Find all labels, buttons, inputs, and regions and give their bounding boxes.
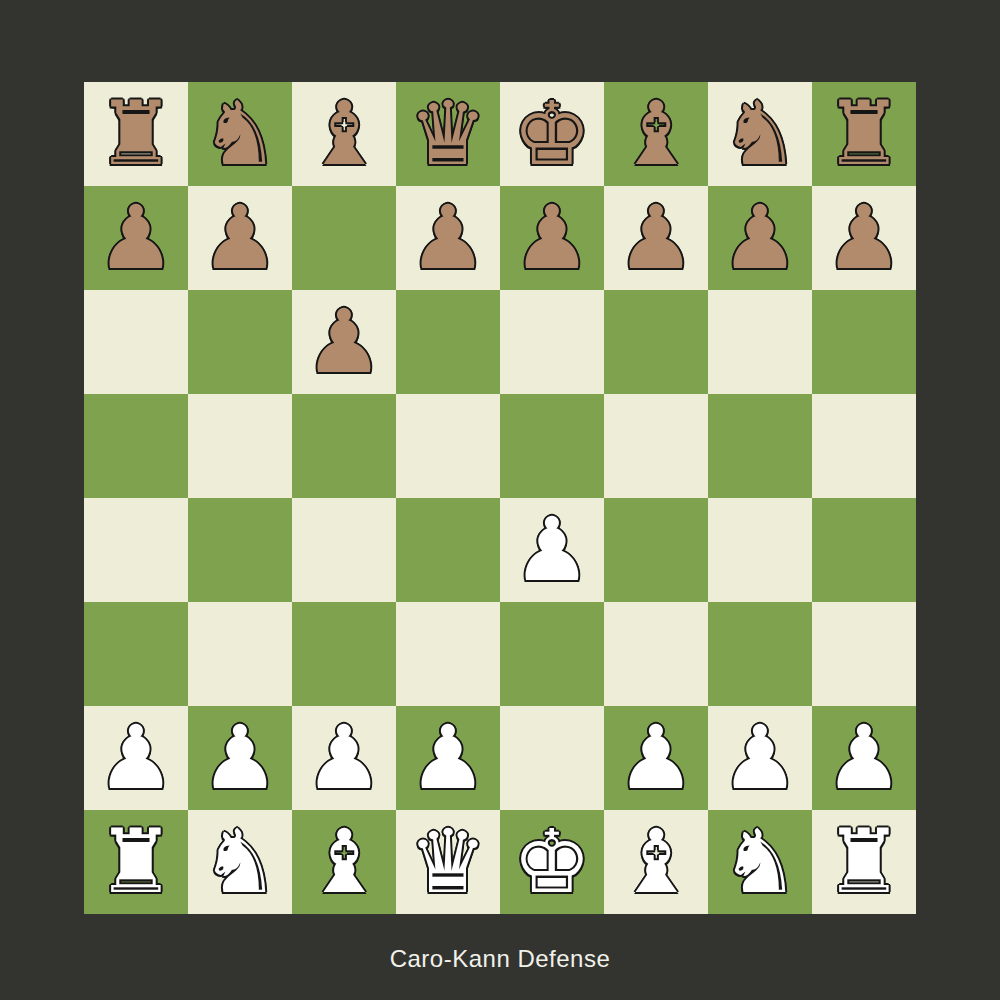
square-a2[interactable]: ♟ [84,706,188,810]
square-c7[interactable] [292,186,396,290]
square-g2[interactable]: ♟ [708,706,812,810]
square-g6[interactable] [708,290,812,394]
square-b5[interactable] [188,394,292,498]
chess-board: ♜♞♝♛♚♝♞♜♟♟♟♟♟♟♟♟♟♟♟♟♟♟♟♟♜♞♝♛♚♝♞♜ [84,82,916,914]
square-d8[interactable]: ♛ [396,82,500,186]
square-c3[interactable] [292,602,396,706]
square-f4[interactable] [604,498,708,602]
black-knight-b8[interactable]: ♞ [201,82,280,186]
square-f1[interactable]: ♝ [604,810,708,914]
square-a5[interactable] [84,394,188,498]
square-h8[interactable]: ♜ [812,82,916,186]
black-queen-d8[interactable]: ♛ [409,82,488,186]
square-d7[interactable]: ♟ [396,186,500,290]
square-d5[interactable] [396,394,500,498]
white-pawn-g2[interactable]: ♟ [721,706,800,810]
square-a3[interactable] [84,602,188,706]
square-d1[interactable]: ♛ [396,810,500,914]
square-g5[interactable] [708,394,812,498]
square-h2[interactable]: ♟ [812,706,916,810]
square-h6[interactable] [812,290,916,394]
square-g3[interactable] [708,602,812,706]
square-f5[interactable] [604,394,708,498]
white-rook-h1[interactable]: ♜ [825,810,904,914]
black-pawn-e7[interactable]: ♟ [513,186,592,290]
square-a6[interactable] [84,290,188,394]
square-c6[interactable]: ♟ [292,290,396,394]
square-f2[interactable]: ♟ [604,706,708,810]
square-d2[interactable]: ♟ [396,706,500,810]
square-h4[interactable] [812,498,916,602]
white-pawn-h2[interactable]: ♟ [825,706,904,810]
square-b4[interactable] [188,498,292,602]
white-rook-a1[interactable]: ♜ [97,810,176,914]
square-g8[interactable]: ♞ [708,82,812,186]
square-g7[interactable]: ♟ [708,186,812,290]
black-knight-g8[interactable]: ♞ [721,82,800,186]
square-e8[interactable]: ♚ [500,82,604,186]
square-e2[interactable] [500,706,604,810]
black-rook-a8[interactable]: ♜ [97,82,176,186]
black-pawn-f7[interactable]: ♟ [617,186,696,290]
white-pawn-a2[interactable]: ♟ [97,706,176,810]
square-e4[interactable]: ♟ [500,498,604,602]
square-c8[interactable]: ♝ [292,82,396,186]
square-b8[interactable]: ♞ [188,82,292,186]
black-bishop-f8[interactable]: ♝ [617,82,696,186]
square-e3[interactable] [500,602,604,706]
black-pawn-c6[interactable]: ♟ [305,290,384,394]
white-knight-b1[interactable]: ♞ [201,810,280,914]
square-a1[interactable]: ♜ [84,810,188,914]
square-c2[interactable]: ♟ [292,706,396,810]
black-king-e8[interactable]: ♚ [513,82,592,186]
square-e6[interactable] [500,290,604,394]
black-rook-h8[interactable]: ♜ [825,82,904,186]
square-h1[interactable]: ♜ [812,810,916,914]
black-pawn-h7[interactable]: ♟ [825,186,904,290]
white-bishop-c1[interactable]: ♝ [305,810,384,914]
black-pawn-a7[interactable]: ♟ [97,186,176,290]
square-f8[interactable]: ♝ [604,82,708,186]
square-h5[interactable] [812,394,916,498]
square-a7[interactable]: ♟ [84,186,188,290]
square-e1[interactable]: ♚ [500,810,604,914]
square-d3[interactable] [396,602,500,706]
square-d6[interactable] [396,290,500,394]
white-pawn-f2[interactable]: ♟ [617,706,696,810]
white-knight-g1[interactable]: ♞ [721,810,800,914]
square-h3[interactable] [812,602,916,706]
white-king-e1[interactable]: ♚ [513,810,592,914]
square-c5[interactable] [292,394,396,498]
black-pawn-d7[interactable]: ♟ [409,186,488,290]
black-pawn-g7[interactable]: ♟ [721,186,800,290]
square-f6[interactable] [604,290,708,394]
square-e7[interactable]: ♟ [500,186,604,290]
black-pawn-b7[interactable]: ♟ [201,186,280,290]
square-g4[interactable] [708,498,812,602]
square-h7[interactable]: ♟ [812,186,916,290]
white-bishop-f1[interactable]: ♝ [617,810,696,914]
square-c4[interactable] [292,498,396,602]
square-e5[interactable] [500,394,604,498]
square-c1[interactable]: ♝ [292,810,396,914]
square-f7[interactable]: ♟ [604,186,708,290]
square-a4[interactable] [84,498,188,602]
square-b3[interactable] [188,602,292,706]
opening-caption: Caro-Kann Defense [0,945,1000,973]
white-pawn-e4[interactable]: ♟ [513,498,592,602]
square-g1[interactable]: ♞ [708,810,812,914]
white-pawn-b2[interactable]: ♟ [201,706,280,810]
square-b6[interactable] [188,290,292,394]
square-f3[interactable] [604,602,708,706]
square-b7[interactable]: ♟ [188,186,292,290]
white-pawn-d2[interactable]: ♟ [409,706,488,810]
square-b1[interactable]: ♞ [188,810,292,914]
square-b2[interactable]: ♟ [188,706,292,810]
black-bishop-c8[interactable]: ♝ [305,82,384,186]
square-a8[interactable]: ♜ [84,82,188,186]
white-pawn-c2[interactable]: ♟ [305,706,384,810]
square-d4[interactable] [396,498,500,602]
white-queen-d1[interactable]: ♛ [409,810,488,914]
